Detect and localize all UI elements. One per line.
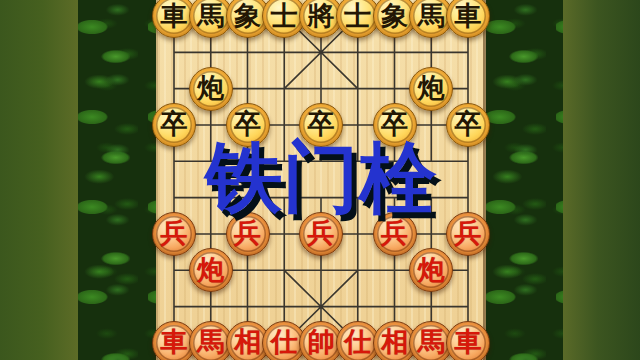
piece-red-soldier[interactable]: 兵 <box>446 212 490 256</box>
piece-red-cannon[interactable]: 炮 <box>189 248 233 292</box>
piece-black-cannon[interactable]: 炮 <box>409 67 453 111</box>
piece-red-chariot[interactable]: 車 <box>446 321 490 360</box>
background-left-leaves <box>78 0 156 360</box>
screenshot-stage: 車馬象士將士象馬車炮炮卒卒卒卒卒兵兵兵兵兵炮炮車馬相仕帥仕相馬車 铁门栓 <box>0 0 640 360</box>
piece-black-soldier[interactable]: 卒 <box>446 103 490 147</box>
background-right-gradient <box>563 0 640 360</box>
piece-red-soldier[interactable]: 兵 <box>152 212 196 256</box>
background-right-leaves <box>486 0 563 360</box>
piece-red-cannon[interactable]: 炮 <box>409 248 453 292</box>
piece-black-cannon[interactable]: 炮 <box>189 67 233 111</box>
piece-black-soldier[interactable]: 卒 <box>152 103 196 147</box>
title-overlay-text: 铁门栓 <box>206 127 437 231</box>
background-left-gradient <box>0 0 78 360</box>
